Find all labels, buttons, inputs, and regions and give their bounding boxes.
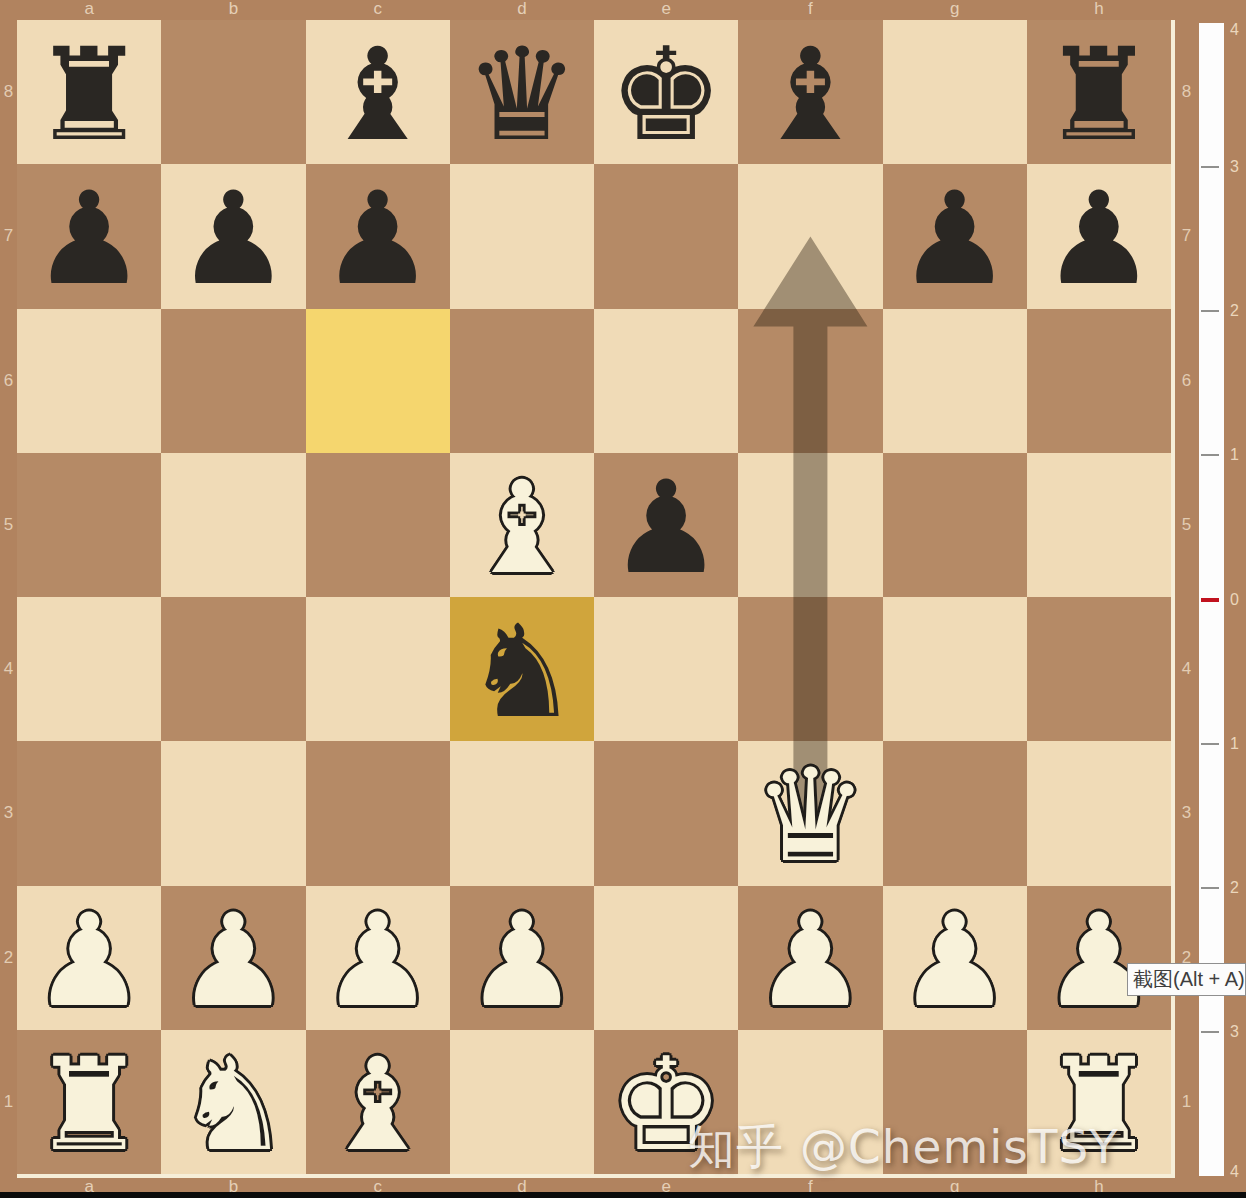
file-label-g: g [883, 0, 1027, 20]
square-e3[interactable] [594, 741, 738, 885]
rank-label-5: 5 [0, 453, 17, 597]
square-h7[interactable] [1027, 164, 1171, 308]
eval-label-0: 4 [1226, 21, 1243, 39]
square-h8[interactable] [1027, 20, 1171, 164]
eval-tick [1201, 743, 1219, 745]
square-h2[interactable] [1027, 886, 1171, 1030]
square-a1[interactable] [17, 1030, 161, 1174]
square-b1[interactable] [161, 1030, 305, 1174]
square-b2[interactable] [161, 886, 305, 1030]
eval-label-4: 0 [1226, 591, 1243, 609]
square-g4[interactable] [883, 597, 1027, 741]
square-a3[interactable] [17, 741, 161, 885]
eval-gauge-bar [1199, 23, 1224, 1176]
rank-label-6: 6 [0, 309, 17, 453]
eval-label-7: 3 [1226, 1023, 1243, 1041]
eval-tick [1201, 166, 1219, 168]
eval-zero-tick [1201, 598, 1219, 602]
square-c7[interactable] [306, 164, 450, 308]
square-g6[interactable] [883, 309, 1027, 453]
square-d8[interactable] [450, 20, 594, 164]
rank-labels-right: 87654321 [1179, 20, 1194, 1174]
square-e6[interactable] [594, 309, 738, 453]
square-c2[interactable] [306, 886, 450, 1030]
square-f3[interactable] [738, 741, 882, 885]
eval-tick [1201, 454, 1219, 456]
file-labels-top: abcdefgh [17, 0, 1171, 20]
file-label-c: c [306, 0, 450, 20]
square-c3[interactable] [306, 741, 450, 885]
square-b5[interactable] [161, 453, 305, 597]
square-g3[interactable] [883, 741, 1027, 885]
square-d5[interactable] [450, 453, 594, 597]
rank-label-1: 1 [1179, 1030, 1194, 1174]
screenshot-tooltip: 截图(Alt + A) [1127, 963, 1246, 996]
watermark: 知乎 @ChemisTSY [688, 1116, 1119, 1179]
square-c5[interactable] [306, 453, 450, 597]
square-b7[interactable] [161, 164, 305, 308]
square-d4[interactable] [450, 597, 594, 741]
square-d7[interactable] [450, 164, 594, 308]
square-a7[interactable] [17, 164, 161, 308]
square-d6[interactable] [450, 309, 594, 453]
eval-label-2: 2 [1226, 302, 1243, 320]
square-d3[interactable] [450, 741, 594, 885]
file-label-h: h [1027, 1178, 1171, 1193]
rank-label-6: 6 [1179, 309, 1194, 453]
square-a6[interactable] [17, 309, 161, 453]
rank-labels-left: 87654321 [0, 20, 17, 1174]
square-f5[interactable] [738, 453, 882, 597]
square-e7[interactable] [594, 164, 738, 308]
screenshot-tooltip-text: 截图(Alt + A) [1133, 966, 1245, 993]
square-b3[interactable] [161, 741, 305, 885]
square-f4[interactable] [738, 597, 882, 741]
square-b8[interactable] [161, 20, 305, 164]
square-d1[interactable] [450, 1030, 594, 1174]
rank-label-5: 5 [1179, 453, 1194, 597]
file-label-b: b [161, 0, 305, 20]
square-b4[interactable] [161, 597, 305, 741]
file-label-a: a [17, 0, 161, 20]
square-h5[interactable] [1027, 453, 1171, 597]
file-label-a: a [17, 1178, 161, 1193]
file-label-h: h [1027, 0, 1171, 20]
eval-label-6: 2 [1226, 879, 1243, 897]
rank-label-3: 3 [0, 741, 17, 885]
square-c4[interactable] [306, 597, 450, 741]
square-e4[interactable] [594, 597, 738, 741]
square-g8[interactable] [883, 20, 1027, 164]
eval-tick [1201, 887, 1219, 889]
squares-layer [17, 20, 1171, 1174]
square-a8[interactable] [17, 20, 161, 164]
square-h6[interactable] [1027, 309, 1171, 453]
square-a5[interactable] [17, 453, 161, 597]
rank-label-4: 4 [1179, 597, 1194, 741]
rank-label-8: 8 [1179, 20, 1194, 164]
file-label-d: d [450, 1178, 594, 1193]
rank-label-2: 2 [0, 886, 17, 1030]
square-f6[interactable] [738, 309, 882, 453]
square-c8[interactable] [306, 20, 450, 164]
square-e5[interactable] [594, 453, 738, 597]
rank-label-7: 7 [0, 164, 17, 308]
eval-label-3: 1 [1226, 446, 1243, 464]
file-labels-bottom: abcdefgh [17, 1178, 1171, 1193]
square-f8[interactable] [738, 20, 882, 164]
eval-label-5: 1 [1226, 735, 1243, 753]
square-g7[interactable] [883, 164, 1027, 308]
eval-label-8: 4 [1226, 1163, 1243, 1181]
file-label-f: f [738, 0, 882, 20]
file-label-d: d [450, 0, 594, 20]
eval-tick [1201, 1031, 1219, 1033]
eval-label-1: 3 [1226, 158, 1243, 176]
rank-label-7: 7 [1179, 164, 1194, 308]
rank-label-8: 8 [0, 20, 17, 164]
rank-label-2: 2 [1179, 886, 1194, 1030]
file-label-c: c [306, 1178, 450, 1193]
eval-gauge-labels: 432101234 [1226, 23, 1243, 1176]
square-e2[interactable] [594, 886, 738, 1030]
rank-label-3: 3 [1179, 741, 1194, 885]
square-h4[interactable] [1027, 597, 1171, 741]
square-d2[interactable] [450, 886, 594, 1030]
bottom-black-bar [0, 1192, 1246, 1198]
eval-tick [1201, 310, 1219, 312]
file-label-e: e [594, 1178, 738, 1193]
square-a4[interactable] [17, 597, 161, 741]
square-f2[interactable] [738, 886, 882, 1030]
square-e8[interactable] [594, 20, 738, 164]
square-c1[interactable] [306, 1030, 450, 1174]
square-f7[interactable] [738, 164, 882, 308]
rank-label-4: 4 [0, 597, 17, 741]
square-g2[interactable] [883, 886, 1027, 1030]
square-g5[interactable] [883, 453, 1027, 597]
file-label-b: b [161, 1178, 305, 1193]
rank-label-1: 1 [0, 1030, 17, 1174]
square-h3[interactable] [1027, 741, 1171, 885]
chess-board[interactable]: ♜♝♛♚♝♜♟♟♟♟♟♝♟♞♛♟♟♟♟♟♟♟♜♞♝♚♜ [17, 20, 1175, 1178]
square-c6[interactable] [306, 309, 450, 453]
square-b6[interactable] [161, 309, 305, 453]
file-label-f: f [738, 1178, 882, 1193]
square-a2[interactable] [17, 886, 161, 1030]
file-label-g: g [883, 1178, 1027, 1193]
chess-app-window: abcdefgh 87654321 87654321 ♜♝♛♚♝♜♟♟♟♟♟♝♟… [0, 0, 1246, 1198]
file-label-e: e [594, 0, 738, 20]
